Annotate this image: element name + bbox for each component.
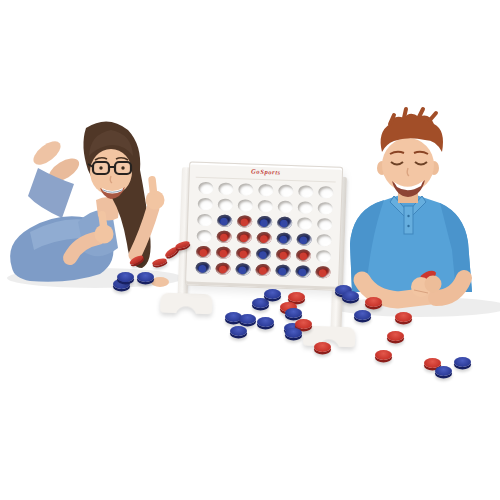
- scattered-blue-disc: [113, 279, 130, 289]
- red-disc-glyph: ●: [217, 262, 228, 275]
- cell-r2c1[interactable]: [195, 196, 216, 213]
- boy-forearm-right: [436, 278, 464, 298]
- right-foot: [303, 326, 356, 348]
- cell-r5c1[interactable]: ●: [193, 244, 214, 261]
- blue-disc: ●: [217, 214, 232, 227]
- boy-ear-right: [429, 161, 439, 175]
- red-disc: ●: [295, 249, 310, 262]
- red-disc-glyph: ●: [238, 231, 249, 244]
- cell-r5c4[interactable]: ●: [253, 246, 274, 263]
- cell-r1c1[interactable]: [195, 180, 216, 197]
- red-disc: ●: [315, 266, 330, 279]
- scattered-red-disc: [128, 254, 144, 266]
- boy-nose: [407, 168, 409, 176]
- blue-disc-glyph: ●: [297, 265, 308, 278]
- cell-r4c1[interactable]: [193, 228, 214, 245]
- boy-face: [382, 138, 434, 192]
- red-disc-glyph: ●: [258, 232, 269, 245]
- red-disc: ●: [256, 232, 271, 245]
- girl-hair: [83, 121, 150, 268]
- girl-neck: [96, 197, 120, 221]
- girl-body: [10, 216, 113, 281]
- boy-knuckles: [414, 290, 428, 293]
- blue-disc-glyph: ●: [278, 216, 289, 229]
- boy-collar: [390, 196, 426, 234]
- cell-r1c3[interactable]: [235, 181, 256, 198]
- girl-feet: [28, 137, 83, 218]
- cell-r2c4[interactable]: [255, 198, 276, 215]
- blue-disc: ●: [276, 216, 291, 229]
- cell-r5c2[interactable]: ●: [213, 244, 234, 261]
- boy-hand-left: [411, 277, 431, 297]
- blue-disc-glyph: ●: [278, 232, 289, 245]
- blue-disc: ●: [275, 264, 290, 277]
- cell-r6c7[interactable]: ●: [312, 264, 333, 281]
- girl-face: [90, 149, 132, 195]
- girl-thumb-up-left-hand: [70, 211, 114, 258]
- girl-smile-braces: [100, 187, 125, 199]
- boy-shirt-shade-right: [440, 203, 472, 292]
- cell-r1c4[interactable]: [255, 182, 276, 199]
- red-disc: ●: [235, 247, 250, 260]
- red-disc: ●: [215, 246, 230, 259]
- red-disc: ●: [215, 262, 230, 275]
- blue-disc-glyph: ●: [257, 248, 268, 261]
- empty-hole: [317, 202, 332, 215]
- cell-r3c4[interactable]: ●: [254, 214, 275, 231]
- empty-hole: [318, 186, 333, 199]
- scattered-red-disc: [365, 297, 382, 307]
- scattered-blue-disc: [137, 272, 154, 282]
- cell-r6c3[interactable]: ●: [232, 261, 253, 278]
- blue-disc: ●: [255, 248, 270, 261]
- connect-four-stand: GoSports ●●●●●●●●●●●●●●●●●●●●●●: [152, 154, 371, 359]
- cell-r5c6[interactable]: ●: [293, 247, 314, 264]
- blue-disc-glyph: ●: [258, 216, 269, 229]
- empty-hole: [196, 229, 211, 242]
- girl-eyebrow-left: [95, 158, 107, 160]
- cell-r1c6[interactable]: [295, 183, 316, 200]
- cell-r6c1[interactable]: ●: [192, 260, 213, 277]
- girl-eye-left: [99, 166, 102, 169]
- left-foot: [160, 293, 213, 315]
- empty-hole: [316, 234, 331, 247]
- red-disc-glyph: ●: [257, 264, 268, 277]
- empty-hole: [237, 199, 252, 212]
- cell-r4c4[interactable]: ●: [253, 230, 274, 247]
- red-disc: ●: [275, 248, 290, 261]
- empty-hole: [296, 217, 311, 230]
- blue-disc-glyph: ●: [197, 261, 208, 274]
- girl-torso: [78, 210, 118, 256]
- cell-r6c4[interactable]: ●: [252, 262, 273, 279]
- empty-hole: [198, 182, 213, 195]
- cell-r6c6[interactable]: ●: [292, 263, 313, 280]
- boy-hair-spikes: [390, 109, 436, 124]
- girl-nose: [110, 176, 112, 183]
- cell-r1c7[interactable]: [315, 184, 336, 201]
- photo-scene: GoSports ●●●●●●●●●●●●●●●●●●●●●●: [0, 0, 500, 500]
- cell-r3c3[interactable]: ●: [234, 213, 255, 230]
- cell-r3c6[interactable]: [294, 215, 315, 232]
- empty-hole: [277, 200, 292, 213]
- held-red-disc: [418, 268, 437, 283]
- blue-disc-glyph: ●: [237, 263, 248, 276]
- blue-disc-glyph: ●: [277, 264, 288, 277]
- red-disc-glyph: ●: [197, 245, 208, 258]
- red-disc-glyph: ●: [317, 266, 328, 279]
- scattered-red-disc: [387, 331, 404, 341]
- empty-hole: [218, 182, 233, 195]
- empty-hole: [315, 250, 330, 263]
- cell-r4c6[interactable]: ●: [293, 231, 314, 248]
- red-disc-glyph: ●: [238, 215, 249, 228]
- scattered-blue-disc: [117, 272, 134, 282]
- red-disc: ●: [255, 264, 270, 277]
- cell-r5c7[interactable]: [313, 248, 334, 265]
- cell-r2c3[interactable]: [235, 197, 256, 214]
- red-disc-glyph: ●: [218, 230, 229, 243]
- cell-r5c3[interactable]: ●: [233, 245, 254, 262]
- board-grid: ●●●●●●●●●●●●●●●●●●●●●●: [192, 180, 335, 281]
- empty-hole: [217, 198, 232, 211]
- boy-forearm-left: [362, 280, 430, 300]
- red-disc-glyph: ●: [217, 246, 228, 259]
- blue-disc: ●: [195, 261, 210, 274]
- cell-r6c2[interactable]: ●: [212, 260, 233, 277]
- red-disc: ●: [237, 215, 252, 228]
- red-disc: ●: [216, 230, 231, 243]
- red-disc: ●: [195, 245, 210, 258]
- boy-ear-left: [377, 161, 387, 175]
- cell-r1c5[interactable]: [275, 182, 296, 199]
- empty-hole: [197, 213, 212, 226]
- cell-r3c7[interactable]: [314, 216, 335, 233]
- cell-r4c3[interactable]: ●: [233, 229, 254, 246]
- cell-r3c2[interactable]: ●: [214, 212, 235, 229]
- boy-eyebrow-right: [414, 152, 428, 154]
- board-frame: GoSports ●●●●●●●●●●●●●●●●●●●●●●: [185, 161, 343, 290]
- empty-hole: [238, 183, 253, 196]
- empty-hole: [297, 201, 312, 214]
- cell-r3c1[interactable]: [194, 212, 215, 229]
- cell-r2c6[interactable]: [294, 199, 315, 216]
- empty-hole: [278, 184, 293, 197]
- scattered-red-disc: [424, 358, 441, 368]
- scattered-blue-disc: [435, 366, 452, 376]
- cell-r6c5[interactable]: ●: [272, 262, 293, 279]
- cell-r4c7[interactable]: [313, 232, 334, 249]
- empty-hole: [257, 200, 272, 213]
- red-disc-glyph: ●: [297, 249, 308, 262]
- cell-r1c2[interactable]: [215, 180, 236, 197]
- boy-neck: [398, 190, 418, 203]
- empty-hole: [298, 185, 313, 198]
- girl-eyebrow-right: [116, 158, 128, 160]
- girl-dress-highlight: [30, 219, 88, 250]
- scattered-red-disc: [375, 350, 392, 360]
- empty-hole: [258, 184, 273, 197]
- cell-r4c2[interactable]: ●: [213, 228, 234, 245]
- cell-r2c2[interactable]: [215, 196, 236, 213]
- empty-hole: [197, 197, 212, 210]
- boy-hair: [381, 114, 443, 152]
- scattered-red-disc: [395, 312, 412, 322]
- boy-closed-eye-right: [415, 162, 427, 165]
- cell-r2c5[interactable]: [274, 198, 295, 215]
- boy-hand-right: [425, 276, 442, 293]
- blue-disc: ●: [257, 216, 272, 229]
- boy-eyebrow-left: [390, 152, 404, 154]
- blue-disc: ●: [276, 232, 291, 245]
- cell-r2c7[interactable]: [314, 200, 335, 217]
- girl-glasses: [88, 162, 131, 174]
- red-disc-glyph: ●: [237, 247, 248, 260]
- blue-disc-glyph: ●: [298, 233, 309, 246]
- cell-r5c5[interactable]: ●: [273, 246, 294, 263]
- red-disc-glyph: ●: [277, 248, 288, 261]
- girl-hair-front: [89, 130, 133, 156]
- boy-smile: [392, 180, 425, 197]
- red-disc: ●: [236, 231, 251, 244]
- blue-disc: ●: [295, 265, 310, 278]
- blue-disc: ●: [235, 263, 250, 276]
- cell-r3c5[interactable]: ●: [274, 214, 295, 231]
- cell-r4c5[interactable]: ●: [273, 230, 294, 247]
- boy-closed-eye-left: [391, 162, 403, 165]
- blue-disc-glyph: ●: [218, 214, 229, 227]
- scattered-blue-disc: [454, 357, 471, 367]
- blue-disc: ●: [296, 233, 311, 246]
- girl-eye-right: [121, 166, 124, 169]
- empty-hole: [316, 218, 331, 231]
